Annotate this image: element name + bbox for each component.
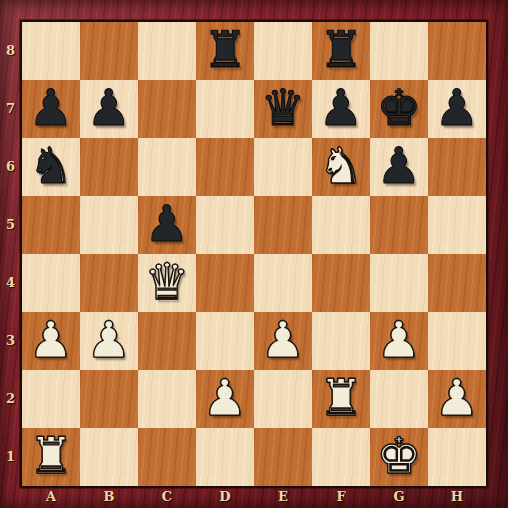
- rank-label-6: 6: [0, 138, 21, 196]
- file-label-e: E: [254, 486, 312, 508]
- piece-black-rook[interactable]: ♜: [196, 22, 254, 80]
- square-c3[interactable]: [138, 312, 196, 370]
- piece-white-pawn[interactable]: ♟: [196, 370, 254, 428]
- piece-white-rook[interactable]: ♜: [22, 428, 80, 486]
- square-d4[interactable]: [196, 254, 254, 312]
- square-a6[interactable]: ♞: [22, 138, 80, 196]
- rank-label-1: 1: [0, 428, 21, 486]
- piece-white-queen[interactable]: ♛: [138, 254, 196, 312]
- square-c5[interactable]: ♟: [138, 196, 196, 254]
- piece-white-pawn[interactable]: ♟: [254, 312, 312, 370]
- piece-white-pawn[interactable]: ♟: [370, 312, 428, 370]
- square-a4[interactable]: [22, 254, 80, 312]
- square-c7[interactable]: [138, 80, 196, 138]
- square-e3[interactable]: ♟: [254, 312, 312, 370]
- piece-white-pawn[interactable]: ♟: [22, 312, 80, 370]
- square-f4[interactable]: [312, 254, 370, 312]
- file-label-d: D: [196, 486, 254, 508]
- file-label-b: B: [80, 486, 138, 508]
- piece-white-pawn[interactable]: ♟: [80, 312, 138, 370]
- board-frame: ♜♜♟♟♛♟♚♟♞♞♟♟♛♟♟♟♟♟♜♟♜♚ 87654321 ABCDEFGH: [0, 0, 508, 508]
- square-c1[interactable]: [138, 428, 196, 486]
- piece-black-pawn[interactable]: ♟: [428, 80, 486, 138]
- square-b4[interactable]: [80, 254, 138, 312]
- piece-black-pawn[interactable]: ♟: [370, 138, 428, 196]
- square-d8[interactable]: ♜: [196, 22, 254, 80]
- square-f5[interactable]: [312, 196, 370, 254]
- square-f6[interactable]: ♞: [312, 138, 370, 196]
- square-a3[interactable]: ♟: [22, 312, 80, 370]
- square-e1[interactable]: [254, 428, 312, 486]
- square-d1[interactable]: [196, 428, 254, 486]
- square-h2[interactable]: ♟: [428, 370, 486, 428]
- rank-label-7: 7: [0, 80, 21, 138]
- square-a7[interactable]: ♟: [22, 80, 80, 138]
- square-a1[interactable]: ♜: [22, 428, 80, 486]
- square-e7[interactable]: ♛: [254, 80, 312, 138]
- square-c2[interactable]: [138, 370, 196, 428]
- square-g3[interactable]: ♟: [370, 312, 428, 370]
- square-a5[interactable]: [22, 196, 80, 254]
- square-c4[interactable]: ♛: [138, 254, 196, 312]
- file-label-f: F: [312, 486, 370, 508]
- square-g6[interactable]: ♟: [370, 138, 428, 196]
- square-d3[interactable]: [196, 312, 254, 370]
- square-f8[interactable]: ♜: [312, 22, 370, 80]
- square-h3[interactable]: [428, 312, 486, 370]
- square-b2[interactable]: [80, 370, 138, 428]
- square-b8[interactable]: [80, 22, 138, 80]
- square-a2[interactable]: [22, 370, 80, 428]
- square-h7[interactable]: ♟: [428, 80, 486, 138]
- chess-board: ♜♜♟♟♛♟♚♟♞♞♟♟♛♟♟♟♟♟♜♟♜♚: [22, 22, 486, 486]
- piece-white-king[interactable]: ♚: [370, 428, 428, 486]
- file-label-c: C: [138, 486, 196, 508]
- square-b3[interactable]: ♟: [80, 312, 138, 370]
- square-b1[interactable]: [80, 428, 138, 486]
- square-d6[interactable]: [196, 138, 254, 196]
- square-h1[interactable]: [428, 428, 486, 486]
- square-h6[interactable]: [428, 138, 486, 196]
- piece-white-pawn[interactable]: ♟: [428, 370, 486, 428]
- square-e8[interactable]: [254, 22, 312, 80]
- file-label-g: G: [370, 486, 428, 508]
- square-b6[interactable]: [80, 138, 138, 196]
- square-f1[interactable]: [312, 428, 370, 486]
- rank-label-2: 2: [0, 370, 21, 428]
- square-f7[interactable]: ♟: [312, 80, 370, 138]
- file-label-h: H: [428, 486, 486, 508]
- piece-black-pawn[interactable]: ♟: [22, 80, 80, 138]
- square-e2[interactable]: [254, 370, 312, 428]
- piece-black-pawn[interactable]: ♟: [312, 80, 370, 138]
- piece-black-rook[interactable]: ♜: [312, 22, 370, 80]
- square-b7[interactable]: ♟: [80, 80, 138, 138]
- rank-label-4: 4: [0, 254, 21, 312]
- piece-black-knight[interactable]: ♞: [22, 138, 80, 196]
- square-h8[interactable]: [428, 22, 486, 80]
- square-g7[interactable]: ♚: [370, 80, 428, 138]
- square-g4[interactable]: [370, 254, 428, 312]
- square-e5[interactable]: [254, 196, 312, 254]
- square-d2[interactable]: ♟: [196, 370, 254, 428]
- square-e4[interactable]: [254, 254, 312, 312]
- square-d7[interactable]: [196, 80, 254, 138]
- piece-black-king[interactable]: ♚: [370, 80, 428, 138]
- rank-label-3: 3: [0, 312, 21, 370]
- square-f3[interactable]: [312, 312, 370, 370]
- square-a8[interactable]: [22, 22, 80, 80]
- piece-black-pawn[interactable]: ♟: [80, 80, 138, 138]
- square-h5[interactable]: [428, 196, 486, 254]
- square-g2[interactable]: [370, 370, 428, 428]
- file-label-a: A: [22, 486, 80, 508]
- piece-black-pawn[interactable]: ♟: [138, 196, 196, 254]
- square-g1[interactable]: ♚: [370, 428, 428, 486]
- square-g5[interactable]: [370, 196, 428, 254]
- rank-label-5: 5: [0, 196, 21, 254]
- square-c8[interactable]: [138, 22, 196, 80]
- piece-black-queen[interactable]: ♛: [254, 80, 312, 138]
- square-h4[interactable]: [428, 254, 486, 312]
- square-d5[interactable]: [196, 196, 254, 254]
- square-c6[interactable]: [138, 138, 196, 196]
- piece-white-knight[interactable]: ♞: [312, 138, 370, 196]
- square-g8[interactable]: [370, 22, 428, 80]
- rank-label-8: 8: [0, 22, 21, 80]
- piece-white-rook[interactable]: ♜: [312, 370, 370, 428]
- square-b5[interactable]: [80, 196, 138, 254]
- square-f2[interactable]: ♜: [312, 370, 370, 428]
- square-e6[interactable]: [254, 138, 312, 196]
